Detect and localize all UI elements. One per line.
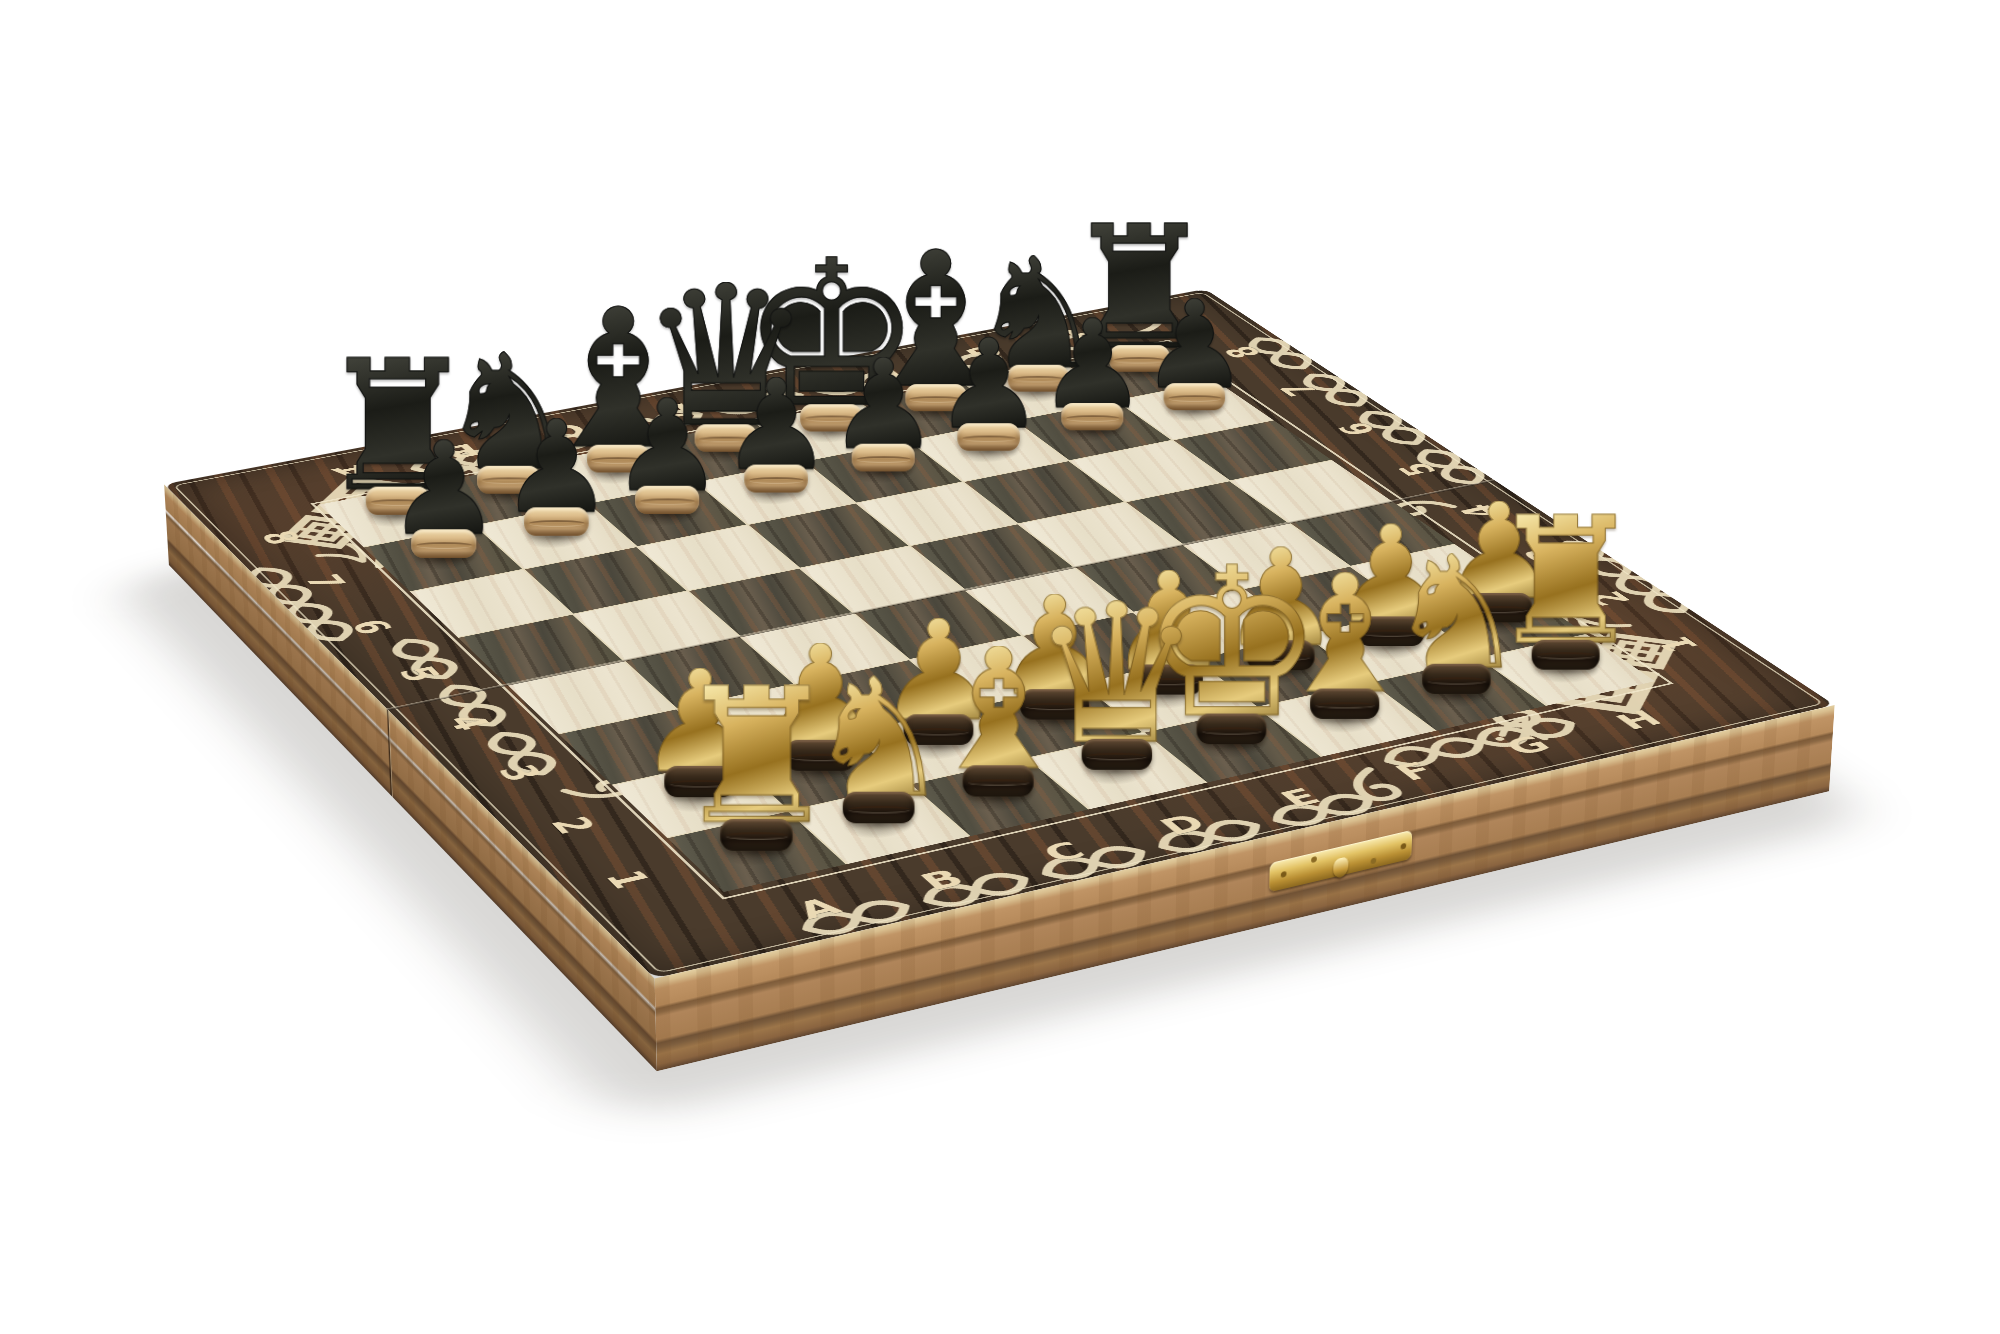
piece-base bbox=[1532, 640, 1600, 670]
fold-seam-notch bbox=[386, 708, 393, 798]
piece-base bbox=[721, 819, 793, 851]
piece-base bbox=[1197, 714, 1267, 745]
chess-box: AABBCCDDEEFFGGHH1122334455667788 ♜♞♝♛♚♝♞… bbox=[164, 289, 1835, 978]
rook-glyph: ♜ bbox=[673, 684, 840, 830]
brass-clasp-latch[interactable] bbox=[1269, 829, 1412, 892]
piece-base bbox=[843, 792, 915, 824]
piece-base bbox=[963, 765, 1034, 796]
piece-base bbox=[1422, 664, 1491, 694]
piece-base bbox=[1081, 739, 1151, 770]
scene: AABBCCDDEEFFGGHH1122334455667788 ♜♞♝♛♚♝♞… bbox=[0, 0, 2000, 1334]
piece-gold-rook-a1[interactable]: ♜ bbox=[673, 684, 840, 850]
